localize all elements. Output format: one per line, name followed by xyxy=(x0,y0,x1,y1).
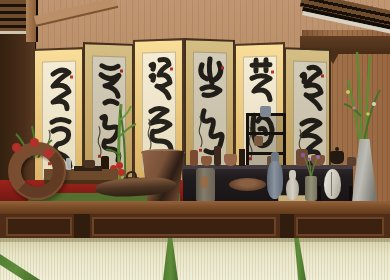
right-ikebana-stems xyxy=(330,46,390,142)
stage-post-left xyxy=(74,214,90,240)
tall-cup xyxy=(214,146,221,166)
left-balcony-slats xyxy=(0,0,27,32)
white-gourd-body xyxy=(286,178,299,200)
wildflower-vase xyxy=(305,176,317,201)
stage-face-panel-left xyxy=(6,217,72,236)
tea-bowl-2 xyxy=(224,154,237,166)
shelf-cup-top xyxy=(260,106,271,117)
shelf-board-upper xyxy=(249,132,283,135)
left-balcony-lip xyxy=(0,31,27,34)
glass-cup xyxy=(66,158,71,170)
small-cup xyxy=(347,157,356,166)
japanese-tearoom-photo xyxy=(0,0,390,280)
shelf-cup-middle xyxy=(254,136,263,146)
camellia-flower xyxy=(30,138,39,147)
camellia-flower xyxy=(44,149,53,158)
tea-bowl-1 xyxy=(201,156,212,166)
stage-post-right xyxy=(280,214,294,240)
stage-face-panel-center xyxy=(92,217,276,236)
stage-face-panel-right xyxy=(296,217,384,236)
tray-teapot xyxy=(84,160,95,168)
cylinder-vase-glaze-spot xyxy=(200,176,209,188)
ceramic-plate xyxy=(229,178,266,191)
calligraphy-scroll-4 xyxy=(193,51,227,170)
stage-front-rail xyxy=(0,201,390,215)
white-oval-vase xyxy=(324,169,341,199)
stage-front-face xyxy=(0,214,390,240)
teapot-knob xyxy=(335,147,339,151)
dark-teapot xyxy=(330,151,344,164)
ring-vase-shading xyxy=(10,144,64,198)
tatami-edge-shadow xyxy=(0,238,390,242)
camellia-flower xyxy=(12,143,21,152)
goblet-cup xyxy=(190,150,198,166)
tatami-weave-texture xyxy=(0,238,390,280)
blue-gourd-vase xyxy=(267,152,283,199)
blue-gourd-body xyxy=(267,161,283,199)
candle-stand xyxy=(239,149,245,166)
oval-vase-crease xyxy=(331,172,332,196)
